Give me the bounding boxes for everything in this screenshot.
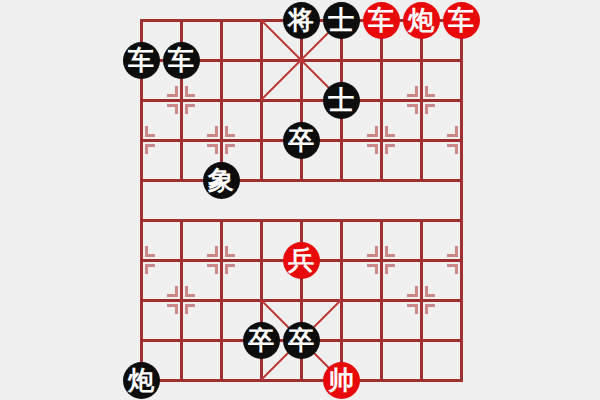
black-soldier[interactable]: 卒 <box>283 322 320 359</box>
red-soldier[interactable]: 兵 <box>283 242 320 279</box>
red-cannon[interactable]: 炮 <box>403 2 440 39</box>
red-chariot[interactable]: 车 <box>443 2 480 39</box>
black-chariot[interactable]: 车 <box>123 42 160 79</box>
red-general[interactable]: 帅 <box>323 362 360 399</box>
xiangqi-pieces-layer: 将士车炮车车车士卒象兵卒卒炮帅 <box>121 0 481 400</box>
red-chariot[interactable]: 车 <box>363 2 400 39</box>
black-elephant[interactable]: 象 <box>203 162 240 199</box>
black-general[interactable]: 将 <box>283 2 320 39</box>
black-soldier[interactable]: 卒 <box>243 322 280 359</box>
black-soldier[interactable]: 卒 <box>283 122 320 159</box>
black-advisor[interactable]: 士 <box>323 2 360 39</box>
xiangqi-board-screenshot: 将士车炮车车车士卒象兵卒卒炮帅 <box>0 0 600 400</box>
black-cannon[interactable]: 炮 <box>123 362 160 399</box>
black-chariot[interactable]: 车 <box>163 42 200 79</box>
black-advisor[interactable]: 士 <box>323 82 360 119</box>
